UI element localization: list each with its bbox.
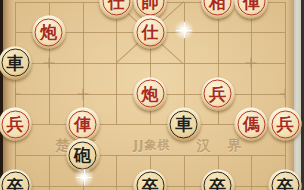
sparkle-effect	[174, 20, 194, 40]
piece-character: 兵	[209, 85, 226, 102]
piece-red-soldier[interactable]: 兵	[0, 108, 32, 141]
piece-black-soldier[interactable]: 卒	[269, 169, 302, 190]
piece-character: 仕	[142, 24, 159, 41]
piece-character: 俥	[74, 116, 91, 133]
piece-character: 車	[7, 54, 24, 71]
piece-red-advisor[interactable]: 仕	[134, 16, 167, 49]
piece-character: 炮	[142, 85, 159, 102]
piece-black-chariot[interactable]: 車	[167, 108, 200, 141]
piece-character: 車	[175, 116, 192, 133]
piece-black-soldier[interactable]: 卒	[134, 169, 167, 190]
piece-character: 炮	[40, 24, 57, 41]
piece-character: 兵	[7, 116, 24, 133]
xiangqi-board[interactable]: 楚 河JJ象棋汉 界 仕帥相俥炮仕車炮兵兵俥車傌兵砲卒卒卒卒	[0, 0, 304, 190]
piece-red-horse[interactable]: 傌	[235, 108, 268, 141]
piece-character: 卒	[209, 177, 226, 190]
piece-character: 仕	[108, 0, 125, 10]
piece-red-cannon[interactable]: 炮	[32, 16, 65, 49]
piece-character: 帥	[142, 0, 159, 10]
piece-red-cannon[interactable]: 炮	[134, 77, 167, 110]
piece-red-chariot[interactable]: 俥	[66, 108, 99, 141]
piece-black-chariot[interactable]: 車	[0, 46, 32, 79]
piece-red-soldier[interactable]: 兵	[269, 108, 302, 141]
piece-black-soldier[interactable]: 卒	[0, 169, 32, 190]
piece-character: 砲	[74, 147, 91, 164]
piece-character: 卒	[7, 177, 24, 190]
piece-character: 兵	[277, 116, 294, 133]
piece-red-chariot[interactable]: 俥	[235, 0, 268, 18]
piece-red-elephant[interactable]: 相	[201, 0, 234, 18]
piece-character: 傌	[243, 116, 260, 133]
piece-red-advisor[interactable]: 仕	[100, 0, 133, 18]
piece-red-soldier[interactable]: 兵	[201, 77, 234, 110]
piece-character: 相	[209, 0, 226, 10]
piece-character: 俥	[243, 0, 260, 10]
piece-black-soldier[interactable]: 卒	[201, 169, 234, 190]
board-pieces-layer: 仕帥相俥炮仕車炮兵兵俥車傌兵砲卒卒卒卒	[0, 0, 304, 190]
sparkle-effect	[74, 167, 94, 187]
piece-character: 卒	[277, 177, 294, 190]
piece-character: 卒	[142, 177, 159, 190]
